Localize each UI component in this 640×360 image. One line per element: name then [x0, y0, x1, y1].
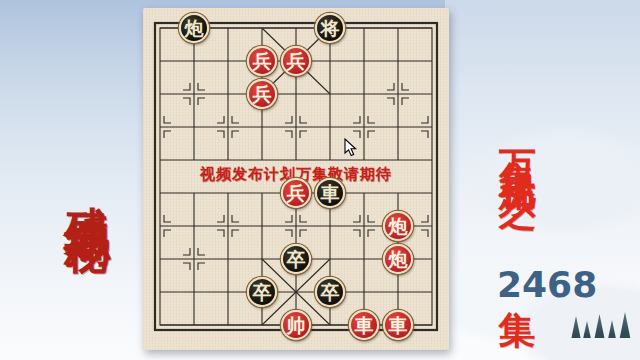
snowy-sky-background [445, 0, 640, 360]
piece-red-chariot-2[interactable]: 車 [383, 310, 413, 340]
piece-red-soldier-3[interactable]: 兵 [247, 79, 277, 109]
pine-tree-icon [570, 316, 582, 338]
mouse-cursor-icon [344, 138, 358, 158]
right-title-text: 万集视频之 [496, 26, 538, 266]
piece-red-chariot-1[interactable]: 車 [349, 310, 379, 340]
left-title-calligraphy: 残局揭秘 [63, 70, 113, 300]
piece-red-soldier-1[interactable]: 兵 [247, 46, 277, 76]
piece-red-cannon-2[interactable]: 炮 [383, 244, 413, 274]
piece-red-soldier-2[interactable]: 兵 [281, 46, 311, 76]
pine-tree-icon [618, 312, 632, 338]
right-title-suffix: 集 [497, 306, 537, 356]
piece-red-general[interactable]: 帅 [281, 310, 311, 340]
piece-black-soldier-3[interactable]: 卒 [315, 277, 345, 307]
episode-number: 2468 [497, 264, 577, 305]
xiangqi-board: 视频发布计划万集敬请期待 炮将兵兵兵兵車炮卒炮卒卒帅車車 [143, 8, 449, 350]
pine-tree-icon [593, 314, 606, 338]
pine-tree-icon [607, 320, 617, 338]
piece-red-cannon-1[interactable]: 炮 [383, 211, 413, 241]
page: { "game": "xiangqi", "position": { "fen"… [0, 0, 640, 360]
pine-trees-silhouette [568, 302, 638, 338]
piece-black-general[interactable]: 将 [315, 13, 345, 43]
piece-black-soldier-2[interactable]: 卒 [247, 277, 277, 307]
piece-black-soldier-1[interactable]: 卒 [281, 244, 311, 274]
piece-red-soldier-4[interactable]: 兵 [281, 178, 311, 208]
piece-black-chariot[interactable]: 車 [315, 178, 345, 208]
piece-black-cannon[interactable]: 炮 [179, 13, 209, 43]
pine-tree-icon [582, 321, 592, 338]
